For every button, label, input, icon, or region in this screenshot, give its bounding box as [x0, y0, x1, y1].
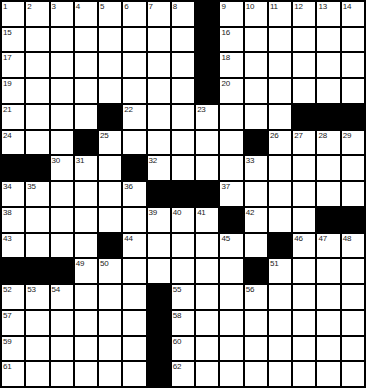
grid-cell[interactable]	[269, 285, 291, 309]
grid-cell[interactable]: 17	[2, 53, 24, 77]
grid-cell[interactable]: 10	[245, 2, 267, 26]
grid-cell[interactable]: 61	[2, 362, 24, 386]
grid-cell[interactable]: 44	[123, 234, 145, 258]
block-cell	[148, 311, 170, 335]
grid-cell[interactable]	[245, 182, 267, 206]
grid-cell[interactable]: 24	[2, 131, 24, 155]
grid-cell[interactable]: 35	[26, 182, 48, 206]
grid-cell[interactable]: 57	[2, 311, 24, 335]
grid-cell[interactable]: 22	[123, 105, 145, 129]
grid-cell[interactable]	[51, 337, 73, 361]
grid-cell[interactable]	[172, 28, 194, 52]
block-cell	[220, 208, 242, 232]
grid-cell[interactable]	[293, 285, 315, 309]
clue-number: 48	[343, 234, 352, 244]
grid-cell[interactable]	[172, 53, 194, 77]
clue-number: 50	[100, 259, 109, 269]
grid-cell[interactable]	[172, 105, 194, 129]
grid-cell[interactable]	[123, 362, 145, 386]
clue-number: 45	[221, 234, 230, 244]
grid-cell[interactable]	[26, 362, 48, 386]
grid-cell[interactable]	[196, 362, 218, 386]
clue-number: 23	[197, 105, 206, 115]
clue-number: 6	[124, 2, 128, 12]
grid-cell[interactable]: 42	[245, 208, 267, 232]
clue-number: 26	[270, 131, 279, 141]
clue-number: 33	[246, 156, 255, 166]
grid-cell[interactable]: 52	[2, 285, 24, 309]
grid-cell[interactable]: 62	[172, 362, 194, 386]
clue-number: 16	[221, 28, 230, 38]
grid-cell[interactable]: 32	[148, 156, 170, 180]
clue-number: 8	[173, 2, 177, 12]
grid-cell[interactable]	[148, 259, 170, 283]
clue-number: 28	[318, 131, 327, 141]
block-cell	[196, 79, 218, 103]
grid-cell[interactable]	[148, 53, 170, 77]
clue-number: 34	[3, 182, 12, 192]
block-cell	[51, 259, 73, 283]
block-cell	[293, 105, 315, 129]
grid-cell[interactable]	[293, 53, 315, 77]
grid-cell[interactable]	[51, 105, 73, 129]
grid-cell[interactable]	[123, 131, 145, 155]
grid-cell[interactable]	[148, 28, 170, 52]
grid-cell[interactable]: 37	[220, 182, 242, 206]
grid-cell[interactable]	[245, 234, 267, 258]
clue-number: 41	[197, 208, 206, 218]
grid-cell[interactable]	[293, 208, 315, 232]
grid-cell[interactable]	[245, 79, 267, 103]
grid-cell[interactable]	[220, 285, 242, 309]
grid-cell[interactable]	[293, 182, 315, 206]
grid-cell[interactable]: 25	[99, 131, 121, 155]
grid-cell[interactable]	[342, 337, 364, 361]
clue-number: 13	[318, 2, 327, 12]
grid-cell[interactable]	[148, 131, 170, 155]
clue-number: 29	[343, 131, 352, 141]
clue-number: 15	[3, 28, 12, 38]
grid-cell[interactable]	[317, 285, 339, 309]
grid-cell[interactable]	[220, 105, 242, 129]
grid-cell[interactable]	[51, 362, 73, 386]
grid-cell[interactable]	[26, 234, 48, 258]
clue-number: 1	[3, 2, 7, 12]
grid-cell[interactable]: 56	[245, 285, 267, 309]
grid-cell[interactable]	[245, 337, 267, 361]
grid-cell[interactable]	[123, 208, 145, 232]
grid-cell[interactable]	[75, 208, 97, 232]
clue-number: 37	[221, 182, 230, 192]
grid-cell[interactable]: 38	[2, 208, 24, 232]
grid-cell[interactable]	[220, 337, 242, 361]
grid-cell[interactable]: 5	[99, 2, 121, 26]
grid-cell[interactable]	[26, 131, 48, 155]
grid-cell[interactable]	[51, 79, 73, 103]
grid-cell[interactable]	[75, 311, 97, 335]
clue-number: 49	[76, 259, 85, 269]
grid-cell[interactable]: 16	[220, 28, 242, 52]
clue-number: 17	[3, 53, 12, 63]
clue-number: 25	[100, 131, 109, 141]
grid-cell[interactable]: 49	[75, 259, 97, 283]
clue-number: 58	[173, 311, 182, 321]
block-cell	[196, 28, 218, 52]
grid-cell[interactable]: 30	[51, 156, 73, 180]
grid-cell[interactable]: 13	[317, 2, 339, 26]
grid-cell[interactable]	[220, 259, 242, 283]
clue-number: 53	[27, 285, 36, 295]
grid-cell[interactable]	[26, 337, 48, 361]
grid-cell[interactable]: 45	[220, 234, 242, 258]
grid-cell[interactable]	[220, 311, 242, 335]
clue-number: 44	[124, 234, 133, 244]
block-cell	[75, 131, 97, 155]
grid-cell[interactable]	[245, 362, 267, 386]
block-cell	[342, 105, 364, 129]
grid-cell[interactable]: 12	[293, 2, 315, 26]
grid-cell[interactable]	[123, 79, 145, 103]
grid-cell[interactable]	[75, 53, 97, 77]
grid-cell[interactable]	[317, 337, 339, 361]
grid-cell[interactable]	[196, 259, 218, 283]
block-cell	[317, 208, 339, 232]
grid-cell[interactable]	[317, 259, 339, 283]
clue-number: 38	[3, 208, 12, 218]
grid-cell[interactable]	[172, 156, 194, 180]
grid-cell[interactable]	[26, 53, 48, 77]
grid-cell[interactable]: 36	[123, 182, 145, 206]
block-cell	[148, 362, 170, 386]
grid-cell[interactable]	[51, 208, 73, 232]
grid-cell[interactable]	[75, 79, 97, 103]
grid-cell[interactable]	[269, 337, 291, 361]
grid-cell[interactable]	[172, 234, 194, 258]
grid-cell[interactable]	[75, 182, 97, 206]
clue-number: 57	[3, 311, 12, 321]
grid-cell[interactable]	[51, 234, 73, 258]
grid-cell[interactable]: 46	[293, 234, 315, 258]
grid-cell[interactable]	[317, 53, 339, 77]
grid-cell[interactable]	[196, 156, 218, 180]
grid-cell[interactable]: 23	[196, 105, 218, 129]
grid-cell[interactable]	[196, 234, 218, 258]
grid-cell[interactable]: 39	[148, 208, 170, 232]
clue-number: 52	[3, 285, 12, 295]
block-cell	[2, 156, 24, 180]
grid-cell[interactable]	[245, 311, 267, 335]
grid-cell[interactable]	[196, 337, 218, 361]
grid-cell[interactable]	[172, 131, 194, 155]
clue-number: 47	[318, 234, 327, 244]
grid-cell[interactable]: 59	[2, 337, 24, 361]
grid-cell[interactable]	[99, 311, 121, 335]
grid-cell[interactable]: 9	[220, 2, 242, 26]
block-cell	[2, 259, 24, 283]
grid-cell[interactable]	[148, 79, 170, 103]
grid-cell[interactable]: 8	[172, 2, 194, 26]
clue-number: 24	[3, 131, 12, 141]
grid-cell[interactable]	[317, 28, 339, 52]
grid-cell[interactable]: 41	[196, 208, 218, 232]
grid-cell[interactable]	[99, 53, 121, 77]
grid-cell[interactable]	[51, 53, 73, 77]
grid-cell[interactable]	[99, 182, 121, 206]
clue-number: 3	[52, 2, 56, 12]
block-cell	[99, 105, 121, 129]
grid-cell[interactable]	[172, 259, 194, 283]
grid-cell[interactable]	[26, 79, 48, 103]
grid-cell[interactable]	[245, 28, 267, 52]
block-cell	[245, 259, 267, 283]
clue-number: 21	[3, 105, 12, 115]
clue-number: 39	[149, 208, 158, 218]
grid-cell[interactable]: 48	[342, 234, 364, 258]
grid-cell[interactable]: 53	[26, 285, 48, 309]
grid-cell[interactable]	[317, 79, 339, 103]
clue-number: 22	[124, 105, 133, 115]
grid-cell[interactable]	[269, 156, 291, 180]
clue-number: 2	[27, 2, 31, 12]
grid-cell[interactable]: 18	[220, 53, 242, 77]
block-cell	[148, 285, 170, 309]
grid-cell[interactable]: 19	[2, 79, 24, 103]
clue-number: 42	[246, 208, 255, 218]
clue-number: 51	[270, 259, 279, 269]
clue-number: 36	[124, 182, 133, 192]
grid-cell[interactable]	[293, 337, 315, 361]
grid-cell[interactable]: 33	[245, 156, 267, 180]
block-cell	[245, 131, 267, 155]
grid-cell[interactable]	[269, 182, 291, 206]
grid-cell[interactable]	[293, 156, 315, 180]
grid-cell[interactable]: 60	[172, 337, 194, 361]
grid-cell[interactable]: 27	[293, 131, 315, 155]
grid-cell[interactable]: 6	[123, 2, 145, 26]
grid-cell[interactable]: 47	[317, 234, 339, 258]
clue-number: 56	[246, 285, 255, 295]
clue-number: 20	[221, 79, 230, 89]
clue-number: 60	[173, 337, 182, 347]
grid-cell[interactable]	[196, 131, 218, 155]
grid-cell[interactable]	[99, 156, 121, 180]
grid-cell[interactable]	[317, 156, 339, 180]
block-cell	[26, 259, 48, 283]
grid-cell[interactable]: 21	[2, 105, 24, 129]
grid-cell[interactable]	[220, 362, 242, 386]
grid-cell[interactable]	[245, 53, 267, 77]
clue-number: 43	[3, 234, 12, 244]
grid-cell[interactable]	[75, 105, 97, 129]
grid-cell[interactable]	[342, 182, 364, 206]
block-cell	[196, 53, 218, 77]
grid-cell[interactable]: 15	[2, 28, 24, 52]
grid-cell[interactable]	[196, 311, 218, 335]
block-cell	[317, 105, 339, 129]
grid-cell[interactable]: 28	[317, 131, 339, 155]
clue-number: 61	[3, 362, 12, 372]
clue-number: 46	[294, 234, 303, 244]
grid-cell[interactable]	[342, 53, 364, 77]
clue-number: 14	[343, 2, 352, 12]
grid-cell[interactable]: 40	[172, 208, 194, 232]
grid-cell[interactable]	[99, 337, 121, 361]
grid-cell[interactable]	[123, 259, 145, 283]
clue-number: 12	[294, 2, 303, 12]
grid-cell[interactable]	[342, 362, 364, 386]
grid-cell[interactable]	[26, 208, 48, 232]
grid-cell[interactable]: 11	[269, 2, 291, 26]
grid-cell[interactable]	[75, 362, 97, 386]
grid-cell[interactable]: 7	[148, 2, 170, 26]
block-cell	[269, 234, 291, 258]
grid-cell[interactable]	[342, 79, 364, 103]
grid-cell[interactable]: 2	[26, 2, 48, 26]
grid-cell[interactable]	[317, 182, 339, 206]
grid-cell[interactable]	[220, 131, 242, 155]
grid-cell[interactable]	[317, 362, 339, 386]
grid-cell[interactable]	[293, 362, 315, 386]
grid-cell[interactable]	[269, 311, 291, 335]
grid-cell[interactable]	[26, 28, 48, 52]
grid-cell[interactable]	[99, 79, 121, 103]
grid-cell[interactable]	[51, 311, 73, 335]
clue-number: 5	[100, 2, 104, 12]
grid-cell[interactable]	[293, 311, 315, 335]
grid-cell[interactable]	[99, 208, 121, 232]
grid-cell[interactable]	[269, 362, 291, 386]
grid-cell[interactable]: 26	[269, 131, 291, 155]
grid-cell[interactable]	[51, 28, 73, 52]
grid-cell[interactable]	[245, 105, 267, 129]
clue-number: 59	[3, 337, 12, 347]
clue-number: 9	[221, 2, 225, 12]
grid-cell[interactable]: 1	[2, 2, 24, 26]
clue-number: 7	[149, 2, 153, 12]
grid-cell[interactable]	[342, 259, 364, 283]
grid-cell[interactable]: 50	[99, 259, 121, 283]
grid-cell[interactable]	[342, 28, 364, 52]
grid-cell[interactable]	[172, 79, 194, 103]
grid-cell[interactable]	[75, 285, 97, 309]
clue-number: 11	[270, 2, 278, 12]
clue-number: 19	[3, 79, 12, 89]
grid-cell[interactable]: 14	[342, 2, 364, 26]
grid-cell[interactable]	[269, 79, 291, 103]
grid-cell[interactable]	[269, 208, 291, 232]
grid-cell[interactable]	[123, 311, 145, 335]
grid-cell[interactable]	[342, 156, 364, 180]
grid-cell[interactable]	[196, 285, 218, 309]
grid-cell[interactable]	[342, 311, 364, 335]
grid-cell[interactable]: 4	[75, 2, 97, 26]
grid-cell[interactable]	[26, 311, 48, 335]
grid-cell[interactable]	[293, 79, 315, 103]
grid-cell[interactable]: 43	[2, 234, 24, 258]
grid-cell[interactable]	[51, 131, 73, 155]
grid-cell[interactable]	[269, 53, 291, 77]
grid-cell[interactable]: 55	[172, 285, 194, 309]
grid-cell[interactable]: 34	[2, 182, 24, 206]
grid-cell[interactable]	[123, 337, 145, 361]
grid-cell[interactable]	[51, 182, 73, 206]
block-cell	[172, 182, 194, 206]
block-cell	[196, 2, 218, 26]
grid-cell[interactable]: 51	[269, 259, 291, 283]
grid-cell[interactable]: 58	[172, 311, 194, 335]
grid-cell[interactable]	[123, 285, 145, 309]
grid-cell[interactable]	[342, 285, 364, 309]
clue-number: 55	[173, 285, 182, 295]
clue-number: 27	[294, 131, 303, 141]
clue-number: 31	[76, 156, 85, 166]
clue-number: 54	[52, 285, 61, 295]
grid-cell[interactable]	[148, 105, 170, 129]
grid-cell[interactable]	[269, 28, 291, 52]
block-cell	[148, 182, 170, 206]
grid-cell[interactable]: 29	[342, 131, 364, 155]
clue-number: 62	[173, 362, 182, 372]
grid-cell[interactable]	[26, 105, 48, 129]
clue-number: 18	[221, 53, 230, 63]
grid-cell[interactable]	[75, 28, 97, 52]
grid-cell[interactable]	[293, 28, 315, 52]
grid-cell[interactable]	[75, 234, 97, 258]
grid-cell[interactable]: 3	[51, 2, 73, 26]
crossword-grid: 1234567891011121314151617181920212223242…	[0, 0, 366, 388]
clue-number: 10	[246, 2, 255, 12]
clue-number: 32	[149, 156, 158, 166]
clue-number: 30	[52, 156, 61, 166]
grid-cell[interactable]	[99, 285, 121, 309]
grid-cell[interactable]	[123, 53, 145, 77]
clue-number: 4	[76, 2, 80, 12]
block-cell	[26, 156, 48, 180]
grid-cell[interactable]	[269, 105, 291, 129]
block-cell	[123, 156, 145, 180]
grid-cell[interactable]	[75, 337, 97, 361]
grid-cell[interactable]	[317, 311, 339, 335]
grid-cell[interactable]: 31	[75, 156, 97, 180]
clue-number: 40	[173, 208, 182, 218]
grid-cell[interactable]	[99, 28, 121, 52]
clue-number: 35	[27, 182, 36, 192]
grid-cell[interactable]	[148, 234, 170, 258]
grid-cell[interactable]	[220, 156, 242, 180]
grid-cell[interactable]	[293, 259, 315, 283]
grid-cell[interactable]	[99, 362, 121, 386]
block-cell	[196, 182, 218, 206]
block-cell	[148, 337, 170, 361]
block-cell	[342, 208, 364, 232]
grid-cell[interactable]: 20	[220, 79, 242, 103]
grid-cell[interactable]	[123, 28, 145, 52]
block-cell	[99, 234, 121, 258]
grid-cell[interactable]: 54	[51, 285, 73, 309]
